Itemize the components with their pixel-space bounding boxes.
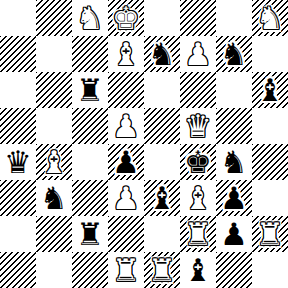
square-a7[interactable] <box>0 36 36 72</box>
square-a5[interactable] <box>0 108 36 144</box>
square-g7[interactable]: ♞ <box>216 36 252 72</box>
square-b4[interactable]: ♝ <box>36 144 72 180</box>
square-h7[interactable] <box>252 36 288 72</box>
square-a6[interactable] <box>0 72 36 108</box>
square-f8[interactable] <box>180 0 216 36</box>
square-f7[interactable]: ♟ <box>180 36 216 72</box>
square-d5[interactable]: ♟ <box>108 108 144 144</box>
square-g6[interactable] <box>216 72 252 108</box>
square-b3[interactable]: ♞ <box>36 180 72 216</box>
piece-white-bishop: ♝ <box>36 144 72 180</box>
piece-black-pawn: ♟ <box>108 144 144 180</box>
square-e6[interactable] <box>144 72 180 108</box>
piece-black-knight: ♞ <box>216 144 252 180</box>
square-d6[interactable] <box>108 72 144 108</box>
square-b7[interactable] <box>36 36 72 72</box>
square-d8[interactable]: ♚ <box>108 0 144 36</box>
square-f2[interactable]: ♜ <box>180 216 216 252</box>
piece-white-king: ♚ <box>108 0 144 36</box>
square-c6[interactable]: ♜ <box>72 72 108 108</box>
square-d3[interactable]: ♟ <box>108 180 144 216</box>
square-c1[interactable] <box>72 252 108 288</box>
square-a3[interactable] <box>0 180 36 216</box>
square-c5[interactable] <box>72 108 108 144</box>
square-c7[interactable] <box>72 36 108 72</box>
piece-black-bishop: ♝ <box>180 252 216 288</box>
square-e4[interactable] <box>144 144 180 180</box>
square-h5[interactable] <box>252 108 288 144</box>
square-h3[interactable] <box>252 180 288 216</box>
square-a1[interactable] <box>0 252 36 288</box>
piece-black-bishop: ♝ <box>144 180 180 216</box>
square-g5[interactable] <box>216 108 252 144</box>
piece-white-rook: ♜ <box>108 252 144 288</box>
piece-black-pawn: ♟ <box>216 180 252 216</box>
square-c8[interactable]: ♞ <box>72 0 108 36</box>
square-h1[interactable] <box>252 252 288 288</box>
piece-white-bishop: ♝ <box>108 36 144 72</box>
square-c2[interactable]: ♜ <box>72 216 108 252</box>
square-e5[interactable] <box>144 108 180 144</box>
piece-black-knight: ♞ <box>144 36 180 72</box>
piece-white-rook: ♜ <box>180 216 216 252</box>
chess-board: ♞♚♞♝♞♟♞♜♝♟♛♛♝♟♚♞♞♟♝♝♟♜♜♟♜♜♜♝ <box>0 0 288 288</box>
square-b8[interactable] <box>36 0 72 36</box>
chess-diagram: ♞♚♞♝♞♟♞♜♝♟♛♛♝♟♚♞♞♟♝♝♟♜♜♟♜♜♜♝ <box>0 0 288 288</box>
square-a8[interactable] <box>0 0 36 36</box>
piece-white-pawn: ♟ <box>108 108 144 144</box>
square-b6[interactable] <box>36 72 72 108</box>
square-g4[interactable]: ♞ <box>216 144 252 180</box>
square-g3[interactable]: ♟ <box>216 180 252 216</box>
square-h8[interactable]: ♞ <box>252 0 288 36</box>
square-g2[interactable]: ♟ <box>216 216 252 252</box>
square-h4[interactable] <box>252 144 288 180</box>
piece-black-knight: ♞ <box>216 36 252 72</box>
piece-black-bishop: ♝ <box>252 72 288 108</box>
square-f5[interactable]: ♛ <box>180 108 216 144</box>
square-g8[interactable] <box>216 0 252 36</box>
square-h6[interactable]: ♝ <box>252 72 288 108</box>
piece-black-pawn: ♟ <box>216 216 252 252</box>
square-e3[interactable]: ♝ <box>144 180 180 216</box>
piece-white-rook: ♜ <box>144 252 180 288</box>
square-b2[interactable] <box>36 216 72 252</box>
piece-black-king: ♚ <box>180 144 216 180</box>
square-b5[interactable] <box>36 108 72 144</box>
piece-white-knight: ♞ <box>72 0 108 36</box>
square-e8[interactable] <box>144 0 180 36</box>
piece-black-rook: ♜ <box>72 72 108 108</box>
piece-white-knight: ♞ <box>252 0 288 36</box>
piece-white-rook: ♜ <box>252 216 288 252</box>
square-c3[interactable] <box>72 180 108 216</box>
piece-white-queen: ♛ <box>180 108 216 144</box>
square-f6[interactable] <box>180 72 216 108</box>
piece-white-pawn: ♟ <box>180 36 216 72</box>
square-a4[interactable]: ♛ <box>0 144 36 180</box>
square-f1[interactable]: ♝ <box>180 252 216 288</box>
square-d7[interactable]: ♝ <box>108 36 144 72</box>
square-g1[interactable] <box>216 252 252 288</box>
piece-black-knight: ♞ <box>36 180 72 216</box>
square-f3[interactable]: ♝ <box>180 180 216 216</box>
square-c4[interactable] <box>72 144 108 180</box>
square-e2[interactable] <box>144 216 180 252</box>
square-b1[interactable] <box>36 252 72 288</box>
square-e7[interactable]: ♞ <box>144 36 180 72</box>
square-d1[interactable]: ♜ <box>108 252 144 288</box>
piece-black-queen: ♛ <box>0 144 36 180</box>
square-d4[interactable]: ♟ <box>108 144 144 180</box>
square-e1[interactable]: ♜ <box>144 252 180 288</box>
square-f4[interactable]: ♚ <box>180 144 216 180</box>
square-d2[interactable] <box>108 216 144 252</box>
piece-white-pawn: ♟ <box>108 180 144 216</box>
square-a2[interactable] <box>0 216 36 252</box>
piece-white-bishop: ♝ <box>180 180 216 216</box>
piece-black-rook: ♜ <box>72 216 108 252</box>
square-h2[interactable]: ♜ <box>252 216 288 252</box>
